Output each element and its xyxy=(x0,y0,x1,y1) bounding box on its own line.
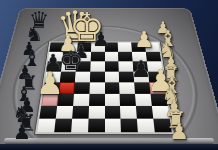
board-square-f3[interactable] xyxy=(120,94,136,106)
white-pawn-captured: ♟ xyxy=(169,124,189,140)
board-square-d2[interactable] xyxy=(88,106,104,119)
white-pawn[interactable]: ♟ xyxy=(134,32,154,48)
board-square-e2[interactable] xyxy=(105,106,121,119)
board-square-d6[interactable] xyxy=(90,61,105,71)
board-square-e3[interactable] xyxy=(105,94,121,106)
board-square-f2[interactable] xyxy=(120,106,137,119)
board-square-d1[interactable] xyxy=(88,119,105,133)
board-square-b2[interactable] xyxy=(56,106,73,119)
chess-3d-scene: ♛♚♟♟♟♟♟♚♟♟♟♛♞♟♝♟♜♝♟♞♜♟♟♝♞♟♜♝♞♟♜♟ xyxy=(0,0,218,150)
board-square-a1[interactable] xyxy=(37,119,55,133)
white-pawn[interactable]: ♟ xyxy=(36,72,64,95)
board-square-e7[interactable] xyxy=(105,52,119,62)
black-pawn[interactable]: ♟ xyxy=(92,32,110,47)
board-square-d3[interactable] xyxy=(89,94,105,106)
board-square-f1[interactable] xyxy=(121,119,138,133)
board-square-d5[interactable] xyxy=(90,72,105,83)
board-square-e6[interactable] xyxy=(105,61,120,71)
board-square-c4[interactable] xyxy=(74,82,90,93)
black-pawn-captured: ♟ xyxy=(13,125,31,140)
board-square-g1[interactable] xyxy=(137,119,155,133)
board-square-c1[interactable] xyxy=(71,119,88,133)
board-square-a2[interactable] xyxy=(39,106,57,119)
board-square-d7[interactable] xyxy=(90,52,104,62)
board-square-d4[interactable] xyxy=(89,82,104,93)
board-square-c3[interactable] xyxy=(73,94,89,106)
board-square-f8[interactable] xyxy=(118,42,132,51)
board-square-c2[interactable] xyxy=(72,106,89,119)
table-front-shadow xyxy=(0,144,218,150)
board-square-f4[interactable] xyxy=(119,82,135,93)
board-square-b1[interactable] xyxy=(54,119,72,133)
board-square-e1[interactable] xyxy=(105,119,122,133)
board-square-g2[interactable] xyxy=(136,106,153,119)
board-square-e4[interactable] xyxy=(105,82,120,93)
board-square-e5[interactable] xyxy=(105,72,120,83)
